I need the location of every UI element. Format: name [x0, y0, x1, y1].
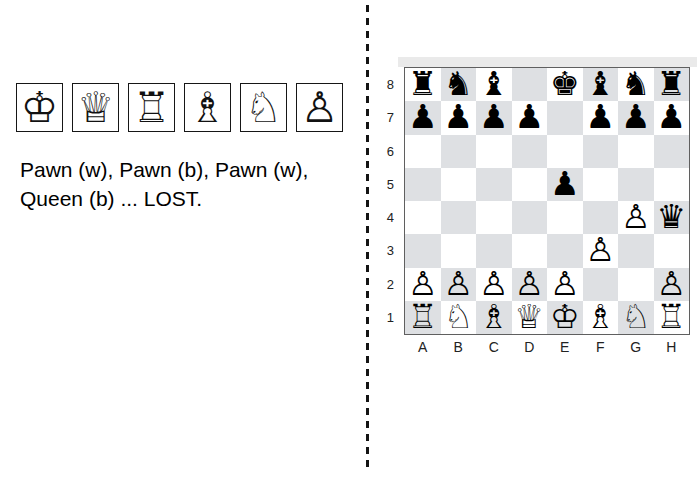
square-e5[interactable]: ♟ [547, 168, 583, 201]
white-rook-icon: ♖ [133, 87, 171, 129]
square-g4[interactable]: ♙ [618, 201, 654, 234]
square-c3[interactable] [476, 234, 512, 267]
black-pawn: ♟ [585, 101, 615, 133]
square-h5[interactable] [654, 168, 690, 201]
square-a3[interactable] [405, 234, 441, 267]
board-frame: ♜♞♝♚♝♞♜♟♟♟♟♟♟♟♟♙♛♙♙♙♙♙♙♙♖♘♗♕♔♗♘♖ [404, 67, 690, 335]
legend-box-bishop: ♗ [184, 83, 231, 132]
white-pawn: ♙ [585, 234, 615, 266]
square-h2[interactable]: ♙ [654, 268, 690, 301]
square-a7[interactable]: ♟ [405, 101, 441, 134]
square-d5[interactable] [512, 168, 548, 201]
panel-top-strip [398, 57, 697, 67]
square-a6[interactable] [405, 135, 441, 168]
square-c2[interactable]: ♙ [476, 268, 512, 301]
square-e2[interactable]: ♙ [547, 268, 583, 301]
rank-label-5: 5 [380, 168, 398, 201]
rank-label-6: 6 [380, 135, 398, 168]
white-king: ♔ [550, 301, 580, 333]
legend-box-queen: ♕ [72, 83, 119, 132]
square-h4[interactable]: ♛ [654, 201, 690, 234]
black-pawn: ♟ [443, 101, 473, 133]
square-c5[interactable] [476, 168, 512, 201]
square-e1[interactable]: ♔ [547, 301, 583, 334]
square-e8[interactable]: ♚ [547, 68, 583, 101]
square-d1[interactable]: ♕ [512, 301, 548, 334]
page: ♔ ♕ ♖ ♗ ♘ ♙ Pawn (w), Pawn (b), Pawn (w)… [0, 0, 700, 487]
white-pawn: ♙ [408, 268, 438, 300]
rank-labels: 87654321 [380, 68, 398, 334]
square-e7[interactable] [547, 101, 583, 134]
white-knight: ♘ [621, 301, 651, 333]
black-bishop: ♝ [479, 68, 509, 100]
white-pawn: ♙ [550, 268, 580, 300]
black-queen: ♛ [656, 201, 686, 233]
black-pawn: ♟ [479, 101, 509, 133]
square-b7[interactable]: ♟ [441, 101, 477, 134]
square-b4[interactable] [441, 201, 477, 234]
white-knight: ♘ [443, 301, 473, 333]
black-knight: ♞ [443, 68, 473, 100]
black-pawn: ♟ [621, 101, 651, 133]
square-f8[interactable]: ♝ [583, 68, 619, 101]
square-g7[interactable]: ♟ [618, 101, 654, 134]
black-king: ♚ [550, 68, 580, 100]
white-queen-icon: ♕ [77, 87, 115, 129]
black-pawn: ♟ [656, 101, 686, 133]
square-c8[interactable]: ♝ [476, 68, 512, 101]
square-a2[interactable]: ♙ [405, 268, 441, 301]
black-bishop: ♝ [585, 68, 615, 100]
file-label-d: D [512, 337, 548, 357]
file-labels: ABCDEFGH [405, 337, 689, 357]
square-b6[interactable] [441, 135, 477, 168]
file-label-h: H [654, 337, 690, 357]
square-h8[interactable]: ♜ [654, 68, 690, 101]
white-bishop-icon: ♗ [189, 87, 227, 129]
square-f1[interactable]: ♗ [583, 301, 619, 334]
caption-line-1: Pawn (w), Pawn (b), Pawn (w), [20, 155, 308, 184]
rank-label-1: 1 [380, 301, 398, 334]
white-pawn-icon: ♙ [301, 87, 339, 129]
square-d4[interactable] [512, 201, 548, 234]
white-pawn: ♙ [514, 268, 544, 300]
white-pawn: ♙ [621, 201, 651, 233]
white-bishop: ♗ [479, 301, 509, 333]
black-knight: ♞ [621, 68, 651, 100]
white-king-icon: ♔ [21, 87, 59, 129]
square-d2[interactable]: ♙ [512, 268, 548, 301]
rank-label-8: 8 [380, 68, 398, 101]
dashed-divider [366, 5, 369, 471]
black-pawn: ♟ [550, 168, 580, 200]
black-rook: ♜ [408, 68, 438, 100]
square-e6[interactable] [547, 135, 583, 168]
square-f6[interactable] [583, 135, 619, 168]
square-g6[interactable] [618, 135, 654, 168]
square-h1[interactable]: ♖ [654, 301, 690, 334]
square-d6[interactable] [512, 135, 548, 168]
square-f3[interactable]: ♙ [583, 234, 619, 267]
white-bishop: ♗ [585, 301, 615, 333]
rank-label-2: 2 [380, 268, 398, 301]
rank-label-7: 7 [380, 101, 398, 134]
square-f4[interactable] [583, 201, 619, 234]
square-h6[interactable] [654, 135, 690, 168]
square-d8[interactable] [512, 68, 548, 101]
file-label-a: A [405, 337, 441, 357]
square-g1[interactable]: ♘ [618, 301, 654, 334]
white-queen: ♕ [514, 301, 544, 333]
square-e4[interactable] [547, 201, 583, 234]
file-label-f: F [583, 337, 619, 357]
file-label-g: G [618, 337, 654, 357]
square-c6[interactable] [476, 135, 512, 168]
caption: Pawn (w), Pawn (b), Pawn (w), Queen (b) … [20, 155, 308, 213]
legend-box-pawn: ♙ [296, 83, 343, 132]
black-pawn: ♟ [408, 101, 438, 133]
square-f5[interactable] [583, 168, 619, 201]
black-rook: ♜ [656, 68, 686, 100]
white-rook: ♖ [408, 301, 438, 333]
square-a4[interactable] [405, 201, 441, 234]
square-c4[interactable] [476, 201, 512, 234]
square-g2[interactable] [618, 268, 654, 301]
legend-box-rook: ♖ [128, 83, 175, 132]
square-f2[interactable] [583, 268, 619, 301]
square-d7[interactable]: ♟ [512, 101, 548, 134]
chess-board: ♜♞♝♚♝♞♜♟♟♟♟♟♟♟♟♙♛♙♙♙♙♙♙♙♖♘♗♕♔♗♘♖ [405, 68, 689, 334]
square-h7[interactable]: ♟ [654, 101, 690, 134]
square-g5[interactable] [618, 168, 654, 201]
white-rook: ♖ [656, 301, 686, 333]
square-b8[interactable]: ♞ [441, 68, 477, 101]
file-label-e: E [547, 337, 583, 357]
square-h3[interactable] [654, 234, 690, 267]
square-b5[interactable] [441, 168, 477, 201]
square-f7[interactable]: ♟ [583, 101, 619, 134]
legend-box-knight: ♘ [240, 83, 287, 132]
square-a8[interactable]: ♜ [405, 68, 441, 101]
black-pawn: ♟ [514, 101, 544, 133]
square-e3[interactable] [547, 234, 583, 267]
square-b1[interactable]: ♘ [441, 301, 477, 334]
square-a5[interactable] [405, 168, 441, 201]
square-c1[interactable]: ♗ [476, 301, 512, 334]
legend-box-king: ♔ [16, 83, 63, 132]
white-knight-icon: ♘ [245, 87, 283, 129]
file-label-b: B [441, 337, 477, 357]
square-d3[interactable] [512, 234, 548, 267]
rank-label-4: 4 [380, 201, 398, 234]
white-pawn: ♙ [443, 268, 473, 300]
white-pawn: ♙ [656, 268, 686, 300]
square-g8[interactable]: ♞ [618, 68, 654, 101]
white-pawn: ♙ [479, 268, 509, 300]
rank-label-3: 3 [380, 234, 398, 267]
file-label-c: C [476, 337, 512, 357]
square-b2[interactable]: ♙ [441, 268, 477, 301]
square-g3[interactable] [618, 234, 654, 267]
square-b3[interactable] [441, 234, 477, 267]
piece-legend: ♔ ♕ ♖ ♗ ♘ ♙ [16, 83, 343, 132]
square-c7[interactable]: ♟ [476, 101, 512, 134]
square-a1[interactable]: ♖ [405, 301, 441, 334]
caption-line-2: Queen (b) ... LOST. [20, 184, 308, 213]
